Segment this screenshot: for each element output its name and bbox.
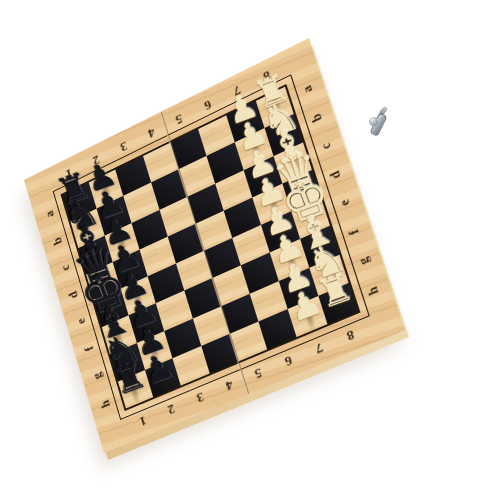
- rank-label-right-7: 7: [313, 339, 324, 357]
- rank-label-left-4: 4: [146, 124, 156, 141]
- chess-set-photo: aa88bb77cc66dd55ee44ff33gg22hh11 ♜♟♞♟♝♟♟…: [0, 0, 500, 500]
- file-label-bottom-d: d: [65, 288, 81, 301]
- file-label-bottom-b: b: [50, 235, 66, 248]
- file-label-top-a: a: [299, 83, 317, 97]
- rank-label-left-6: 6: [203, 96, 214, 113]
- file-label-bottom-h: h: [97, 397, 113, 409]
- rank-label-left-1: 1: [65, 165, 75, 182]
- rank-label-left-8: 8: [261, 67, 272, 85]
- rank-label-right-2: 2: [166, 401, 176, 418]
- rank-label-left-5: 5: [174, 110, 184, 127]
- file-label-top-b: b: [308, 111, 326, 125]
- rank-label-right-4: 4: [224, 377, 235, 394]
- rank-label-right-8: 8: [344, 326, 356, 344]
- rank-label-right-3: 3: [195, 389, 206, 406]
- file-label-bottom-f: f: [82, 344, 97, 354]
- chess-board: aa88bb77cc66dd55ee44ff33gg22hh11: [24, 38, 405, 453]
- file-label-top-g: g: [354, 255, 372, 268]
- rank-label-left-3: 3: [118, 138, 128, 155]
- file-label-top-d: d: [326, 168, 344, 182]
- metal-clasp: [366, 105, 392, 139]
- rank-label-right-5: 5: [253, 364, 264, 382]
- file-label-top-h: h: [364, 284, 383, 298]
- rank-label-right-1: 1: [138, 412, 148, 429]
- file-label-bottom-e: e: [74, 316, 89, 327]
- rank-label-left-2: 2: [91, 152, 101, 169]
- rank-label-right-6: 6: [283, 352, 294, 370]
- file-label-top-e: e: [336, 197, 354, 210]
- clasp-pin-icon: [369, 117, 378, 126]
- file-label-bottom-a: a: [42, 209, 57, 221]
- file-label-top-f: f: [345, 227, 363, 238]
- playing-field: [60, 84, 360, 411]
- file-label-bottom-c: c: [58, 262, 73, 273]
- file-label-top-c: c: [317, 140, 335, 153]
- rank-label-left-7: 7: [232, 82, 243, 99]
- file-label-bottom-g: g: [89, 370, 105, 382]
